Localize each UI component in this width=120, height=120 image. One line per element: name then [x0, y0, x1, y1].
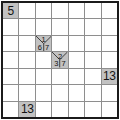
cell-r6-c5[interactable]	[85, 102, 100, 117]
cell-r1-c0[interactable]	[3, 19, 18, 34]
split-digit-bottom-left: 6	[38, 44, 42, 51]
cell-r6-c1: 13	[19, 102, 34, 117]
cell-r2-c6[interactable]	[102, 36, 117, 51]
cell-r1-c1[interactable]	[19, 19, 34, 34]
clue-number: 13	[21, 103, 33, 115]
split-digit-bottom-right: 7	[45, 44, 49, 51]
cell-r1-c4[interactable]	[69, 19, 84, 34]
split-digit-bottom-left: 3	[54, 60, 58, 67]
cell-r6-c4[interactable]	[69, 102, 84, 117]
puzzle-board: 51672371313	[1, 1, 119, 119]
cell-r4-c6: 13	[102, 69, 117, 84]
cell-r4-c0[interactable]	[3, 69, 18, 84]
cell-r0-c4[interactable]	[69, 3, 84, 18]
cell-r2-c2: 167	[36, 36, 51, 51]
cell-r3-c0[interactable]	[3, 52, 18, 67]
cell-r5-c1[interactable]	[19, 85, 34, 100]
cell-r5-c5[interactable]	[85, 85, 100, 100]
cell-r5-c4[interactable]	[69, 85, 84, 100]
cell-r6-c6[interactable]	[102, 102, 117, 117]
cell-r5-c2[interactable]	[36, 85, 51, 100]
clue-number: 5	[8, 5, 14, 17]
cell-r3-c3: 237	[52, 52, 67, 67]
cell-r3-c6[interactable]	[102, 52, 117, 67]
split-digit-bottom-right: 7	[62, 60, 66, 67]
cell-r4-c3[interactable]	[52, 69, 67, 84]
clue-number: 13	[103, 70, 115, 82]
cell-r1-c3[interactable]	[52, 19, 67, 34]
cell-r4-c5[interactable]	[85, 69, 100, 84]
cell-r2-c3[interactable]	[52, 36, 67, 51]
cell-r4-c1[interactable]	[19, 69, 34, 84]
cell-r3-c1[interactable]	[19, 52, 34, 67]
cell-r0-c6[interactable]	[102, 3, 117, 18]
cell-r1-c5[interactable]	[85, 19, 100, 34]
cell-r6-c2[interactable]	[36, 102, 51, 117]
cell-r5-c0[interactable]	[3, 85, 18, 100]
cell-r0-c1[interactable]	[19, 3, 34, 18]
cell-r2-c4[interactable]	[69, 36, 84, 51]
cell-r2-c5[interactable]	[85, 36, 100, 51]
cell-r4-c2[interactable]	[36, 69, 51, 84]
cell-r6-c3[interactable]	[52, 102, 67, 117]
cell-r3-c5[interactable]	[85, 52, 100, 67]
cell-r1-c6[interactable]	[102, 19, 117, 34]
cell-r5-c3[interactable]	[52, 85, 67, 100]
cell-r5-c6[interactable]	[102, 85, 117, 100]
cell-r0-c5[interactable]	[85, 3, 100, 18]
cell-r0-c3[interactable]	[52, 3, 67, 18]
puzzle-page: 51672371313	[0, 0, 120, 120]
cell-r1-c2[interactable]	[36, 19, 51, 34]
cell-r4-c4[interactable]	[69, 69, 84, 84]
cell-r3-c4[interactable]	[69, 52, 84, 67]
cell-r6-c0[interactable]	[3, 102, 18, 117]
cell-r0-c0: 5	[3, 3, 18, 18]
cell-r3-c2[interactable]	[36, 52, 51, 67]
cell-r0-c2[interactable]	[36, 3, 51, 18]
cell-r2-c0[interactable]	[3, 36, 18, 51]
cell-r2-c1[interactable]	[19, 36, 34, 51]
